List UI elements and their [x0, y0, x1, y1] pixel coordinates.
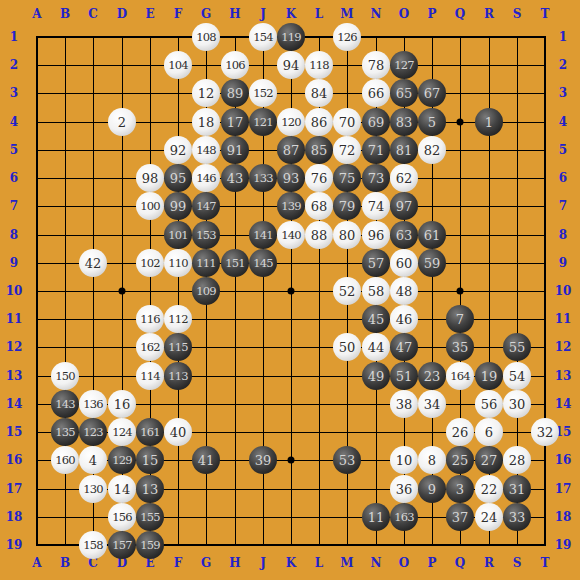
stone-white-E11: 116 — [136, 305, 164, 333]
stone-black-J6: 133 — [249, 164, 277, 192]
stone-white-D18: 156 — [108, 503, 136, 531]
stone-white-E9: 102 — [136, 249, 164, 277]
stone-black-O3: 65 — [390, 79, 418, 107]
stone-black-M6: 75 — [333, 164, 361, 192]
coord-label-bottom-H: H — [229, 557, 240, 569]
stone-black-R13: 19 — [475, 362, 503, 390]
stone-white-K2: 94 — [277, 51, 305, 79]
stone-black-Q16: 25 — [446, 446, 474, 474]
stone-black-P8: 61 — [418, 221, 446, 249]
stone-white-M5: 72 — [333, 136, 361, 164]
stone-white-O9: 60 — [390, 249, 418, 277]
stone-white-D17: 14 — [108, 475, 136, 503]
stone-black-O13: 51 — [390, 362, 418, 390]
stone-black-E15: 161 — [136, 418, 164, 446]
stone-white-S14: 30 — [503, 390, 531, 418]
coord-label-left-13: 13 — [6, 370, 23, 382]
stone-white-M12: 50 — [333, 333, 361, 361]
stone-black-F6: 95 — [164, 164, 192, 192]
stone-white-G3: 12 — [192, 79, 220, 107]
stone-white-F2: 104 — [164, 51, 192, 79]
coord-label-right-19: 19 — [555, 539, 572, 551]
coord-label-bottom-K: K — [286, 557, 296, 569]
stone-black-D16: 129 — [108, 446, 136, 474]
stone-black-H3: 89 — [221, 79, 249, 107]
stone-black-F7: 99 — [164, 192, 192, 220]
stone-black-H5: 91 — [221, 136, 249, 164]
coord-label-top-S: S — [513, 8, 522, 20]
stone-black-S17: 31 — [503, 475, 531, 503]
stone-white-P5: 82 — [418, 136, 446, 164]
stone-black-G16: 41 — [192, 446, 220, 474]
stone-black-R4: 1 — [475, 108, 503, 136]
stone-white-N10: 58 — [362, 277, 390, 305]
stone-white-F5: 92 — [164, 136, 192, 164]
coord-label-left-15: 15 — [6, 426, 23, 438]
stone-black-K1: 119 — [277, 23, 305, 51]
coord-label-right-5: 5 — [559, 144, 567, 156]
stone-black-P17: 9 — [418, 475, 446, 503]
star-point-D10 — [119, 288, 126, 295]
coord-label-top-P: P — [427, 8, 436, 20]
stone-white-L6: 76 — [305, 164, 333, 192]
coord-label-bottom-G: G — [201, 557, 211, 569]
coord-label-right-8: 8 — [559, 229, 567, 241]
stone-black-G9: 111 — [192, 249, 220, 277]
star-point-Q4 — [457, 119, 464, 126]
stone-white-G5: 148 — [192, 136, 220, 164]
stone-white-F11: 112 — [164, 305, 192, 333]
stone-white-F9: 110 — [164, 249, 192, 277]
coord-label-top-N: N — [371, 8, 382, 20]
stone-white-O14: 38 — [390, 390, 418, 418]
coord-label-right-17: 17 — [555, 483, 572, 495]
stone-black-O2: 127 — [390, 51, 418, 79]
stone-black-O8: 63 — [390, 221, 418, 249]
stone-white-D4: 2 — [108, 108, 136, 136]
stone-white-O17: 36 — [390, 475, 418, 503]
coord-label-right-11: 11 — [555, 313, 572, 325]
stone-black-E18: 155 — [136, 503, 164, 531]
stone-black-R16: 27 — [475, 446, 503, 474]
stone-white-E13: 114 — [136, 362, 164, 390]
coord-label-bottom-Q: Q — [455, 557, 465, 569]
stone-black-S18: 33 — [503, 503, 531, 531]
coord-label-top-R: R — [484, 8, 494, 20]
stone-black-M7: 79 — [333, 192, 361, 220]
stone-black-J9: 145 — [249, 249, 277, 277]
stone-black-F8: 101 — [164, 221, 192, 249]
stone-black-K7: 139 — [277, 192, 305, 220]
coord-label-bottom-P: P — [427, 557, 436, 569]
coord-label-top-K: K — [286, 8, 296, 20]
coord-label-left-19: 19 — [6, 539, 23, 551]
coord-label-right-9: 9 — [559, 257, 567, 269]
stone-white-H2: 106 — [221, 51, 249, 79]
stone-white-M4: 70 — [333, 108, 361, 136]
coord-label-top-A: A — [32, 8, 41, 20]
coord-label-left-17: 17 — [6, 483, 23, 495]
stone-black-B14: 143 — [51, 390, 79, 418]
stone-black-E17: 13 — [136, 475, 164, 503]
stone-white-K8: 140 — [277, 221, 305, 249]
coord-label-right-13: 13 — [555, 370, 572, 382]
stone-white-M8: 80 — [333, 221, 361, 249]
stone-white-B13: 150 — [51, 362, 79, 390]
stone-white-N12: 44 — [362, 333, 390, 361]
stone-black-F12: 115 — [164, 333, 192, 361]
stone-white-P14: 34 — [418, 390, 446, 418]
stone-white-C19: 158 — [79, 531, 107, 559]
coord-label-right-1: 1 — [559, 31, 567, 43]
coord-label-right-18: 18 — [555, 511, 572, 523]
stone-white-R14: 56 — [475, 390, 503, 418]
coord-label-right-7: 7 — [559, 200, 567, 212]
coord-label-top-L: L — [315, 8, 323, 20]
coord-label-left-9: 9 — [10, 257, 18, 269]
coord-label-left-11: 11 — [6, 313, 23, 325]
coord-label-left-18: 18 — [6, 511, 23, 523]
stone-white-E7: 100 — [136, 192, 164, 220]
stone-white-F15: 40 — [164, 418, 192, 446]
stone-white-O11: 46 — [390, 305, 418, 333]
stone-white-L8: 88 — [305, 221, 333, 249]
stone-white-B16: 160 — [51, 446, 79, 474]
stone-black-O12: 47 — [390, 333, 418, 361]
coord-label-right-3: 3 — [559, 87, 567, 99]
stone-black-H6: 43 — [221, 164, 249, 192]
stone-white-N8: 96 — [362, 221, 390, 249]
stone-white-S13: 54 — [503, 362, 531, 390]
stone-black-N13: 49 — [362, 362, 390, 390]
coord-label-top-Q: Q — [455, 8, 465, 20]
star-point-Q10 — [457, 288, 464, 295]
stone-black-P13: 23 — [418, 362, 446, 390]
stone-black-H4: 17 — [221, 108, 249, 136]
stone-black-Q12: 35 — [446, 333, 474, 361]
stone-black-L5: 85 — [305, 136, 333, 164]
coord-label-right-2: 2 — [559, 59, 567, 71]
coord-label-right-16: 16 — [555, 454, 572, 466]
stone-black-J8: 141 — [249, 221, 277, 249]
coord-label-left-4: 4 — [10, 116, 18, 128]
coord-label-top-E: E — [145, 8, 154, 20]
coord-label-top-F: F — [174, 8, 183, 20]
stone-white-D15: 124 — [108, 418, 136, 446]
stone-white-J3: 152 — [249, 79, 277, 107]
stone-white-Q15: 26 — [446, 418, 474, 446]
stone-black-J16: 39 — [249, 446, 277, 474]
coord-label-bottom-R: R — [484, 557, 494, 569]
coord-label-bottom-L: L — [315, 557, 323, 569]
coord-label-top-T: T — [541, 8, 550, 20]
coord-label-right-12: 12 — [555, 341, 572, 353]
stone-black-P9: 59 — [418, 249, 446, 277]
coord-label-top-O: O — [399, 8, 409, 20]
stone-black-E16: 15 — [136, 446, 164, 474]
star-point-K16 — [288, 457, 295, 464]
stone-white-Q13: 164 — [446, 362, 474, 390]
stone-black-N11: 45 — [362, 305, 390, 333]
stone-white-R17: 22 — [475, 475, 503, 503]
stone-black-D19: 157 — [108, 531, 136, 559]
stone-black-E19: 159 — [136, 531, 164, 559]
coord-label-left-1: 1 — [10, 31, 18, 43]
stone-black-Q11: 7 — [446, 305, 474, 333]
stone-black-S12: 55 — [503, 333, 531, 361]
stone-white-L2: 118 — [305, 51, 333, 79]
coord-label-bottom-S: S — [513, 557, 522, 569]
coord-label-bottom-O: O — [399, 557, 409, 569]
go-board: AABBCCDDEEFFGGHHJJKKLLMMNNOOPPQQRRSSTT11… — [0, 0, 580, 580]
stone-white-R18: 24 — [475, 503, 503, 531]
stone-white-C17: 130 — [79, 475, 107, 503]
stone-white-G4: 18 — [192, 108, 220, 136]
stone-black-J4: 121 — [249, 108, 277, 136]
coord-label-right-4: 4 — [559, 116, 567, 128]
coord-label-left-10: 10 — [6, 285, 23, 297]
stone-white-J1: 154 — [249, 23, 277, 51]
coord-label-left-3: 3 — [10, 87, 18, 99]
stone-black-K5: 87 — [277, 136, 305, 164]
stone-black-P3: 67 — [418, 79, 446, 107]
stone-black-P4: 5 — [418, 108, 446, 136]
stone-white-P16: 8 — [418, 446, 446, 474]
stone-black-O5: 81 — [390, 136, 418, 164]
stone-white-E6: 98 — [136, 164, 164, 192]
coord-label-top-C: C — [88, 8, 98, 20]
coord-label-top-D: D — [117, 8, 127, 20]
stone-white-C14: 136 — [79, 390, 107, 418]
kifu-diagram: { "game": "go", "board": { "size": 19, "… — [0, 0, 580, 580]
stone-white-M1: 126 — [333, 23, 361, 51]
stone-black-G8: 153 — [192, 221, 220, 249]
coord-label-right-6: 6 — [559, 172, 567, 184]
stone-black-G7: 147 — [192, 192, 220, 220]
coord-label-left-16: 16 — [6, 454, 23, 466]
coord-label-left-6: 6 — [10, 172, 18, 184]
stone-white-C9: 42 — [79, 249, 107, 277]
stone-black-H9: 151 — [221, 249, 249, 277]
stone-black-M16: 53 — [333, 446, 361, 474]
stone-black-Q18: 37 — [446, 503, 474, 531]
coord-label-bottom-N: N — [371, 557, 382, 569]
stone-white-S16: 28 — [503, 446, 531, 474]
stone-white-N7: 74 — [362, 192, 390, 220]
coord-label-left-5: 5 — [10, 144, 18, 156]
coord-label-left-7: 7 — [10, 200, 18, 212]
stone-black-N6: 73 — [362, 164, 390, 192]
stone-black-G10: 109 — [192, 277, 220, 305]
coord-label-bottom-M: M — [340, 557, 353, 569]
stone-white-G1: 108 — [192, 23, 220, 51]
stone-white-T15: 32 — [531, 418, 559, 446]
coord-label-right-14: 14 — [555, 398, 572, 410]
stone-white-K4: 120 — [277, 108, 305, 136]
coord-label-bottom-F: F — [174, 557, 183, 569]
stone-white-D14: 16 — [108, 390, 136, 418]
coord-label-left-14: 14 — [6, 398, 23, 410]
coord-label-left-8: 8 — [10, 229, 18, 241]
stone-white-L3: 84 — [305, 79, 333, 107]
coord-label-top-J: J — [260, 8, 266, 20]
stone-white-L4: 86 — [305, 108, 333, 136]
star-point-K10 — [288, 288, 295, 295]
stone-white-M10: 52 — [333, 277, 361, 305]
stone-white-O10: 48 — [390, 277, 418, 305]
coord-label-bottom-J: J — [260, 557, 266, 569]
coord-label-bottom-A: A — [32, 557, 41, 569]
stone-black-N4: 69 — [362, 108, 390, 136]
coord-label-top-B: B — [60, 8, 70, 20]
stone-white-O6: 62 — [390, 164, 418, 192]
stone-black-N9: 57 — [362, 249, 390, 277]
stone-black-O18: 163 — [390, 503, 418, 531]
stone-white-N3: 66 — [362, 79, 390, 107]
coord-label-bottom-B: B — [60, 557, 70, 569]
stone-black-F13: 113 — [164, 362, 192, 390]
stone-white-L7: 68 — [305, 192, 333, 220]
stone-white-G6: 146 — [192, 164, 220, 192]
coord-label-left-12: 12 — [6, 341, 23, 353]
coord-label-left-2: 2 — [10, 59, 18, 71]
stone-white-O16: 10 — [390, 446, 418, 474]
stone-black-C15: 123 — [79, 418, 107, 446]
stone-black-O7: 97 — [390, 192, 418, 220]
coord-label-right-10: 10 — [555, 285, 572, 297]
coord-label-top-G: G — [201, 8, 211, 20]
stone-black-N18: 11 — [362, 503, 390, 531]
stone-white-E12: 162 — [136, 333, 164, 361]
stone-white-R15: 6 — [475, 418, 503, 446]
stone-white-N2: 78 — [362, 51, 390, 79]
stone-black-N5: 71 — [362, 136, 390, 164]
coord-label-top-M: M — [340, 8, 353, 20]
grid-line-v — [544, 36, 546, 546]
stone-black-Q17: 3 — [446, 475, 474, 503]
stone-black-K6: 93 — [277, 164, 305, 192]
stone-black-O4: 83 — [390, 108, 418, 136]
coord-label-bottom-T: T — [541, 557, 550, 569]
stone-black-B15: 135 — [51, 418, 79, 446]
stone-white-C16: 4 — [79, 446, 107, 474]
coord-label-top-H: H — [229, 8, 240, 20]
